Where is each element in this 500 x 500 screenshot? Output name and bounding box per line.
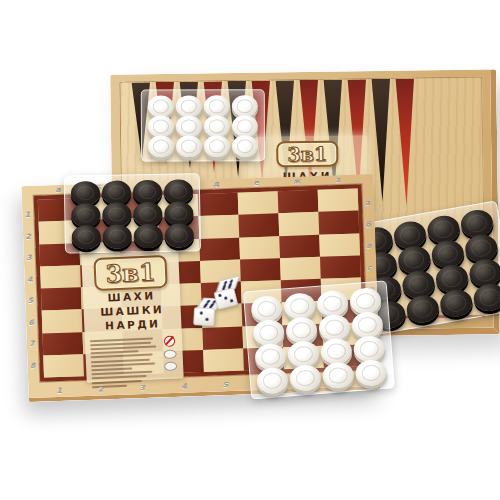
black-checker — [165, 223, 194, 248]
coord-label: 4 — [181, 383, 186, 390]
coord-label: ж — [293, 178, 300, 185]
die-front-face — [193, 307, 215, 326]
square-ж6 — [279, 234, 320, 258]
backgammon-point-11-dark — [370, 79, 393, 202]
black-checker — [133, 180, 162, 205]
coord-label: г — [367, 265, 374, 272]
coord-label: 5 — [223, 382, 228, 389]
square-з8 — [318, 188, 359, 212]
checkers-chess-board: абвгдежз 12345678 12345678 абвгдежз 3в1 … — [21, 174, 380, 402]
square-з5 — [320, 255, 361, 279]
square-д6 — [199, 237, 240, 261]
square-ж5 — [280, 257, 321, 281]
black-checker — [71, 203, 100, 228]
black-checker — [102, 180, 131, 205]
white-checker — [250, 295, 283, 323]
logo-text: 3в1 — [105, 257, 156, 288]
coords-left: 12345678 — [25, 212, 35, 370]
square-е6 — [239, 236, 280, 260]
white-checker — [316, 290, 349, 318]
coord-label: 5 — [28, 298, 33, 305]
bag-checkers-black — [64, 173, 201, 253]
white-checker — [176, 95, 202, 117]
coord-label: б — [365, 222, 372, 229]
square-д8 — [198, 193, 239, 217]
white-checker — [320, 337, 353, 365]
black-checker — [103, 224, 132, 249]
bag-backgammon-white — [141, 89, 265, 161]
white-checker — [322, 361, 355, 389]
bag-checkers-white — [243, 280, 395, 399]
certification-icon — [164, 361, 177, 371]
black-checker — [472, 281, 500, 313]
square-е8 — [238, 191, 279, 215]
coord-label: 1 — [25, 212, 30, 219]
black-checkers-stack — [71, 179, 194, 247]
black-checker — [438, 287, 474, 319]
white-checkers-stack — [250, 287, 387, 393]
fine-print-row — [90, 334, 179, 390]
logo-3v1-back: 3в1 — [276, 141, 338, 168]
age-warning-icon — [164, 335, 175, 346]
product-photo: 3в1 ШАХИ абвгдежз 12345678 12345678 абвг… — [0, 0, 500, 500]
coord-label: 2 — [98, 386, 103, 393]
square-а3 — [42, 309, 83, 333]
white-checker — [204, 135, 230, 157]
white-checker — [148, 96, 174, 118]
coord-label: 8 — [30, 363, 35, 370]
square-а4 — [41, 287, 82, 311]
square-ж7 — [278, 212, 319, 236]
coord-label: а — [365, 200, 372, 207]
white-checkers-stack — [148, 95, 258, 155]
white-checker — [351, 311, 384, 339]
square-ж8 — [278, 190, 319, 214]
white-checker — [353, 335, 386, 363]
white-checker — [232, 115, 258, 137]
fine-print — [90, 335, 164, 391]
black-checker — [405, 293, 441, 325]
white-checker — [176, 115, 202, 137]
white-checker — [287, 340, 320, 368]
coord-label: 6 — [29, 320, 34, 327]
square-а2 — [42, 332, 83, 356]
square-з6 — [319, 233, 360, 257]
coord-label: а — [55, 186, 60, 193]
white-checker — [148, 136, 174, 158]
coord-label: в — [366, 243, 373, 250]
square-д2 — [202, 326, 243, 350]
black-checker — [134, 224, 163, 249]
white-checker — [204, 115, 230, 137]
coord-label: з — [335, 177, 339, 184]
coord-label: 2 — [25, 233, 30, 240]
white-checker — [289, 364, 322, 392]
black-checker — [71, 181, 100, 206]
certification-icon — [163, 349, 176, 359]
white-checker — [254, 343, 287, 371]
coord-label: 4 — [27, 277, 32, 284]
coord-label: 1 — [56, 387, 61, 394]
white-checker — [256, 367, 289, 395]
square-д1 — [203, 348, 244, 372]
white-checker — [283, 292, 316, 320]
black-checker — [72, 225, 101, 250]
white-checker — [252, 319, 285, 347]
white-checker — [232, 95, 258, 117]
black-checker — [133, 202, 162, 227]
logo-text: 3в1 — [287, 143, 327, 166]
white-checker — [349, 287, 382, 315]
black-checker — [164, 201, 193, 226]
coord-label: 3 — [26, 255, 31, 262]
coord-label: 3 — [139, 385, 144, 392]
square-д7 — [198, 215, 239, 239]
white-checker — [355, 359, 388, 387]
logo-3v1-front: 3в1 — [94, 255, 167, 291]
label-icons — [162, 334, 179, 371]
square-з7 — [318, 211, 359, 235]
coord-label: д — [213, 181, 219, 188]
square-а5 — [40, 265, 81, 289]
white-checker — [318, 313, 351, 341]
coord-label: 7 — [29, 341, 34, 348]
backgammon-point-12-red — [394, 78, 417, 206]
white-checker — [285, 316, 318, 344]
white-checker — [148, 116, 174, 138]
black-checker — [164, 179, 193, 204]
front-label: 3в1 ШАХИ ШАШКИ НАРДИ — [81, 250, 183, 382]
black-checker — [102, 202, 131, 227]
square-е7 — [238, 214, 279, 238]
white-checker — [204, 95, 230, 117]
coord-label: е — [253, 179, 258, 186]
square-е5 — [240, 258, 281, 282]
square-а1 — [43, 354, 84, 378]
white-checker — [232, 135, 258, 157]
white-checker — [176, 135, 202, 157]
